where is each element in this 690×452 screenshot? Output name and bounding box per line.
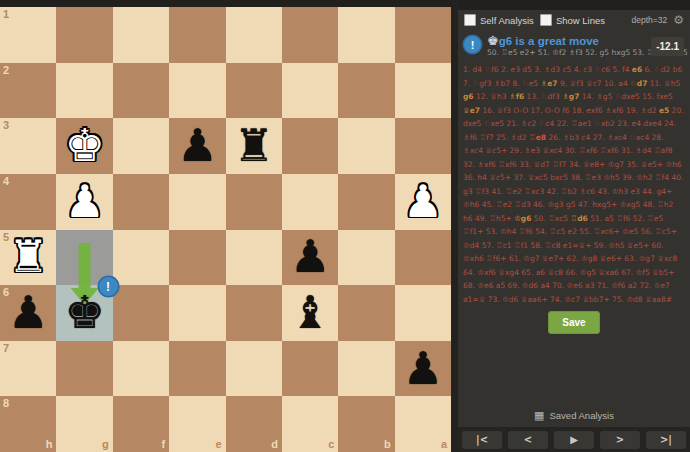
rank-label-1: 1 [3, 9, 9, 20]
moves-segment[interactable]: 13. ♘df3 [524, 92, 562, 101]
square-b6[interactable] [338, 285, 394, 341]
square-e2[interactable] [169, 63, 225, 119]
square-f3[interactable] [113, 118, 169, 174]
square-a2[interactable] [395, 63, 451, 119]
square-d4[interactable] [226, 174, 282, 230]
file-label-e: e [215, 439, 221, 450]
black-pawn-h6[interactable]: ♟ [8, 290, 48, 335]
square-e4[interactable] [169, 174, 225, 230]
white-pawn-g4[interactable]: ♟ [64, 178, 104, 223]
square-f8[interactable]: f [113, 396, 169, 452]
square-g1[interactable] [56, 7, 112, 63]
moves-segment[interactable]: 26. ♗b3 c4 27. ♗xc4 ♘xc4 28. ♗xc4 ♕c5+ 2… [463, 133, 683, 223]
self-analysis-checkbox[interactable]: Self Analysis [464, 14, 534, 26]
square-b4[interactable] [338, 174, 394, 230]
square-a8[interactable]: a [395, 396, 451, 452]
nav-forward-button[interactable]: > [600, 431, 640, 449]
square-e8[interactable]: e [169, 396, 225, 452]
square-g2[interactable] [56, 63, 112, 119]
square-e1[interactable] [169, 7, 225, 63]
moves-segment[interactable]: 11. ♕h5 [647, 79, 680, 88]
square-e7[interactable] [169, 341, 225, 397]
nav-play-button[interactable]: ▶ [554, 431, 594, 449]
file-label-d: d [271, 439, 278, 450]
square-a3[interactable] [395, 118, 451, 174]
rank-label-2: 2 [3, 65, 9, 76]
gear-icon[interactable]: ⚙ [673, 14, 684, 26]
highlighted-move[interactable]: ♔g6 [514, 214, 531, 223]
highlighted-move[interactable]: e6 [632, 65, 642, 74]
great-move-icon: ! [464, 36, 481, 53]
moves-segment[interactable]: 16. ♕f3 O-O 17. O-O f6 18. exf6 ♗xf6 19.… [480, 106, 659, 115]
move-name: g6 [499, 35, 512, 47]
highlighted-move[interactable]: g6 [463, 92, 474, 101]
evaluation-main: ♚g6 is a great move 50. ♖e5 e2+ 51. ♔f2 … [487, 34, 645, 58]
highlighted-move[interactable]: ♖e8 [529, 133, 546, 142]
file-label-b: b [384, 439, 391, 450]
square-h4[interactable]: 4 [0, 174, 56, 230]
highlighted-move[interactable]: e5 [659, 106, 669, 115]
show-lines-label: Show Lines [556, 15, 605, 26]
rank-label-4: 4 [3, 176, 9, 187]
square-f7[interactable] [113, 341, 169, 397]
square-b7[interactable] [338, 341, 394, 397]
square-b3[interactable] [338, 118, 394, 174]
square-c1[interactable] [282, 7, 338, 63]
square-a1[interactable] [395, 7, 451, 63]
square-d6[interactable] [226, 285, 282, 341]
square-d5[interactable] [226, 230, 282, 286]
square-b8[interactable]: b [338, 396, 394, 452]
square-d8[interactable]: d [226, 396, 282, 452]
square-a6[interactable] [395, 285, 451, 341]
square-g7[interactable] [56, 341, 112, 397]
board-grid[interactable]: 12345678hgfedcba!♚♟♜♟♟♜♟♟♚♝♟ [0, 7, 451, 452]
square-f2[interactable] [113, 63, 169, 119]
black-pawn-c5[interactable]: ♟ [290, 234, 330, 279]
square-c3[interactable] [282, 118, 338, 174]
moves-segment[interactable]: 12. ♕h3 [474, 92, 509, 101]
checkbox-icon[interactable] [540, 14, 552, 26]
rank-label-3: 3 [3, 120, 9, 131]
square-f4[interactable] [113, 174, 169, 230]
panel-header: Self Analysis Show Lines depth=32 ⚙ [458, 10, 690, 30]
file-label-c: c [328, 439, 334, 450]
move-list[interactable]: 1. d4 ♘f6 2. e3 d5 3. ♗d3 c5 4. c3 ♘c6 5… [458, 60, 690, 306]
rank-label-8: 8 [3, 398, 9, 409]
depth-label: depth=32 [632, 15, 668, 25]
square-f5[interactable] [113, 230, 169, 286]
saved-analysis-label: Saved Analysis [549, 410, 613, 421]
move-evaluation-card[interactable]: ! ♚g6 is a great move 50. ♖e5 e2+ 51. ♔f… [458, 30, 690, 60]
king-piece-icon: ♚ [487, 33, 499, 48]
square-b1[interactable] [338, 7, 394, 63]
square-c7[interactable] [282, 341, 338, 397]
panel-spacer [458, 338, 690, 404]
evaluation-title: ♚g6 is a great move [487, 34, 645, 48]
black-rook-d3[interactable]: ♜ [234, 123, 274, 168]
black-pawn-e3[interactable]: ♟ [177, 123, 217, 168]
show-lines-checkbox[interactable]: Show Lines [540, 14, 605, 26]
highlighted-move[interactable]: ♗f6 [509, 92, 524, 101]
panel-top-strip [458, 0, 690, 10]
square-b2[interactable] [338, 63, 394, 119]
board-top-strip [0, 0, 452, 7]
great-move-badge: ! [99, 277, 118, 296]
square-e6[interactable] [169, 285, 225, 341]
highlighted-move[interactable]: ♖d6 [570, 214, 587, 223]
square-c8[interactable]: c [282, 396, 338, 452]
white-king-g3[interactable]: ♚ [64, 123, 104, 168]
analysis-panel: Self Analysis Show Lines depth=32 ⚙ ! ♚g… [452, 0, 690, 452]
save-button[interactable]: Save [548, 311, 599, 334]
file-label-a: a [441, 439, 447, 450]
square-c4[interactable] [282, 174, 338, 230]
square-h8[interactable]: 8h [0, 396, 56, 452]
engine-line: 50. ♖e5 e2+ 51. ♔f2 ♗f3 52. g5 hxg5 53. … [487, 48, 645, 58]
moves-segment[interactable]: 51. a5 ♖f6 52. ♖e5 ♖f1+ 53. ♔h4 ♖f6 54. … [463, 214, 677, 304]
rank-label-7: 7 [3, 343, 9, 354]
move-navigation-bar: |<<▶>>| [458, 427, 690, 452]
square-c2[interactable] [282, 63, 338, 119]
square-e5[interactable] [169, 230, 225, 286]
moves-segment[interactable]: 50. ♖xc5 [531, 214, 570, 223]
file-label-g: g [102, 439, 109, 450]
file-label-f: f [161, 439, 165, 450]
highlighted-move[interactable]: ♕e7 [463, 106, 480, 115]
square-f1[interactable] [113, 7, 169, 63]
evaluation-score: -12.1 [651, 37, 684, 56]
square-h1[interactable]: 1 [0, 7, 56, 63]
highlighted-move[interactable]: ♗e7 [541, 79, 558, 88]
save-row: Save [458, 306, 690, 338]
moves-segment[interactable]: 14. ♗g5 ♘dxe5 15. fxe5 [579, 92, 672, 101]
moves-segment[interactable]: 9. ♕f3 ♕c7 10. a4 [558, 79, 631, 88]
saved-analysis-link[interactable]: ▦ Saved Analysis [458, 404, 690, 427]
self-analysis-label: Self Analysis [480, 15, 534, 26]
square-b5[interactable] [338, 230, 394, 286]
verdict-text: is a great move [512, 35, 599, 47]
nav-last-button[interactable]: >| [646, 431, 686, 449]
square-d7[interactable] [226, 341, 282, 397]
square-f6[interactable] [113, 285, 169, 341]
square-h3[interactable]: 3 [0, 118, 56, 174]
checkbox-icon[interactable] [464, 14, 476, 26]
analysis-screen: 12345678hgfedcba!♚♟♜♟♟♜♟♟♚♝♟ Self Analys… [0, 0, 690, 452]
white-pawn-a4[interactable]: ♟ [403, 178, 443, 223]
square-d2[interactable] [226, 63, 282, 119]
black-bishop-c6[interactable]: ♝ [290, 290, 330, 335]
highlighted-move[interactable]: ♗g7 [562, 92, 579, 101]
nav-first-button[interactable]: |< [462, 431, 502, 449]
moves-segment[interactable]: 1. d4 ♘f6 2. e3 d5 3. ♗d3 c5 4. c3 ♘c6 5… [463, 65, 632, 74]
square-h2[interactable]: 2 [0, 63, 56, 119]
saved-analysis-icon: ▦ [534, 410, 544, 421]
square-h7[interactable]: 7 [0, 341, 56, 397]
black-pawn-a7[interactable]: ♟ [403, 345, 443, 390]
highlighted-move[interactable]: ♘d7 [630, 79, 647, 88]
white-rook-h5[interactable]: ♜ [8, 234, 48, 279]
file-label-h: h [46, 439, 53, 450]
square-g8[interactable]: g [56, 396, 112, 452]
square-d1[interactable] [226, 7, 282, 63]
nav-back-button[interactable]: < [508, 431, 548, 449]
black-king-g6[interactable]: ♚ [64, 290, 104, 335]
square-a5[interactable] [395, 230, 451, 286]
chess-board: 12345678hgfedcba!♚♟♜♟♟♜♟♟♚♝♟ [0, 0, 452, 452]
